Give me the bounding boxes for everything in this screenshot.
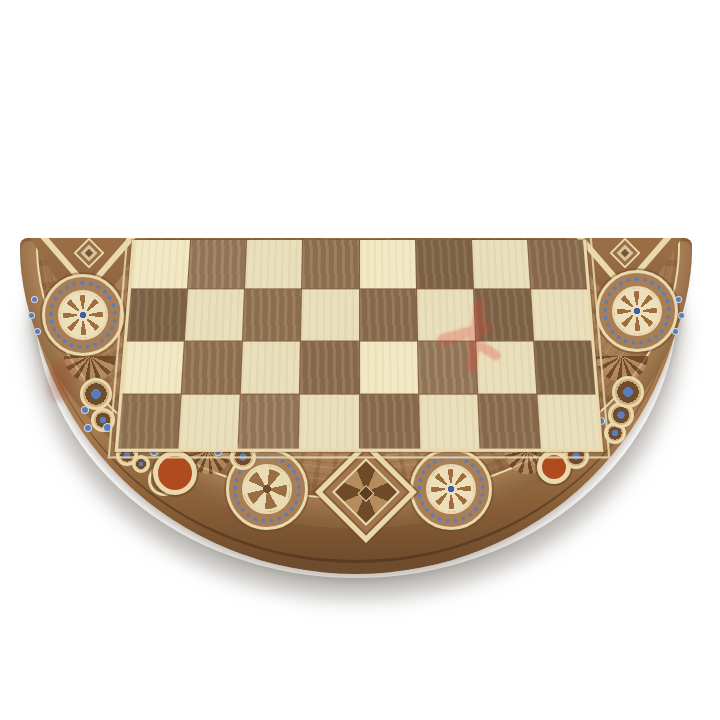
board-square <box>528 240 587 289</box>
board-square <box>531 290 591 340</box>
board-square <box>472 240 530 289</box>
board-square <box>419 394 479 448</box>
board-square <box>188 240 246 289</box>
blue-dot <box>28 312 35 319</box>
eye-circle <box>132 455 150 473</box>
board-square <box>360 240 416 289</box>
blue-dot <box>31 296 38 303</box>
board-square <box>416 240 473 289</box>
board-square <box>360 341 418 393</box>
rosette-medallion-top-left <box>42 274 124 356</box>
board-square <box>243 290 301 340</box>
blue-dot <box>34 328 41 335</box>
red-logo-watermark <box>430 296 516 376</box>
board-square <box>299 394 358 448</box>
board-square <box>131 240 190 289</box>
product-photo-background <box>0 0 720 720</box>
flower-rosette-icon <box>612 286 662 336</box>
blue-dot <box>81 406 89 414</box>
board-square <box>478 394 539 448</box>
rosette-medallion-bottom-right <box>410 448 492 530</box>
watermark-stroke <box>475 340 502 362</box>
blue-dot <box>678 312 685 319</box>
board-square <box>301 290 358 340</box>
board-square <box>239 394 299 448</box>
board-square <box>241 341 300 393</box>
board-square <box>302 240 358 289</box>
diamond-gem-icon <box>73 237 104 268</box>
board-square <box>537 394 600 448</box>
blue-dot <box>84 424 92 432</box>
orange-eye-circle-left <box>153 451 197 495</box>
blue-dot <box>672 328 679 335</box>
rosette-medallion-top-right <box>596 270 678 352</box>
board-square <box>185 290 244 340</box>
board-square <box>360 290 417 340</box>
board-square <box>534 341 595 393</box>
board-square <box>245 240 302 289</box>
flower-rosette-icon <box>58 290 108 340</box>
wheel-spoke-icon <box>242 464 292 514</box>
board-square <box>360 394 419 448</box>
board-square <box>178 394 239 448</box>
board-square <box>300 341 358 393</box>
chessboard-grid <box>115 240 604 452</box>
board-square <box>123 341 184 393</box>
blue-dot <box>675 296 682 303</box>
board-square <box>182 341 242 393</box>
diamond-gem-icon <box>609 237 640 268</box>
board-square <box>127 290 187 340</box>
board-square <box>118 394 181 448</box>
flower-rosette-icon <box>426 464 476 514</box>
eye-circle <box>612 376 644 408</box>
blue-dot <box>103 423 112 432</box>
